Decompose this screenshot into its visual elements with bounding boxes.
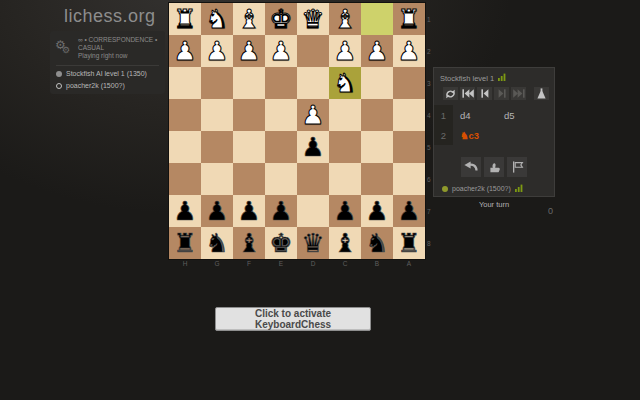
square-a7[interactable]: ♟: [393, 195, 425, 227]
square-c2[interactable]: ♟: [329, 35, 361, 67]
square-b4[interactable]: [361, 99, 393, 131]
white-queen-d1[interactable]: ♛: [301, 3, 324, 35]
white-knight-c3[interactable]: ♞: [333, 67, 356, 99]
move-number: 1: [434, 105, 453, 125]
file-label-b: B: [361, 260, 393, 267]
black-rook-h8[interactable]: ♜: [173, 227, 196, 259]
square-g3[interactable]: [201, 67, 233, 99]
square-d4[interactable]: ♟: [297, 99, 329, 131]
square-a6[interactable]: [393, 163, 425, 195]
file-label-d: D: [297, 260, 329, 267]
square-h2[interactable]: ♟: [169, 35, 201, 67]
white-pawn-f2[interactable]: ♟: [237, 35, 260, 67]
chess-board-area: ♜♞♝♚♛♝♜♟♟♟♟♟♟♟♞♟♟♟♟♟♟♟♟♟♜♞♝♚♛♝♞♜ HGFEDCB…: [169, 3, 425, 259]
black-bishop-c8[interactable]: ♝: [333, 227, 356, 259]
square-h6[interactable]: [169, 163, 201, 195]
square-e7[interactable]: ♟: [265, 195, 297, 227]
rank-label-8: 8: [427, 227, 431, 259]
square-f5[interactable]: [233, 131, 265, 163]
black-pawn-c7[interactable]: ♟: [333, 195, 356, 227]
bottom-player-row: poacher2k (1500?): [442, 184, 523, 193]
game-info-box: ⚙ ⚙ ∞ • CORRESPONDENCE • CASUAL Playing …: [50, 31, 165, 94]
square-h5[interactable]: [169, 131, 201, 163]
square-e8[interactable]: ♚: [265, 227, 297, 259]
square-h3[interactable]: [169, 67, 201, 99]
square-a5[interactable]: [393, 131, 425, 163]
square-c3[interactable]: ♞: [329, 67, 361, 99]
square-b1[interactable]: [361, 3, 393, 35]
square-a4[interactable]: [393, 99, 425, 131]
square-b8[interactable]: ♞: [361, 227, 393, 259]
chess-board[interactable]: ♜♞♝♚♛♝♜♟♟♟♟♟♟♟♞♟♟♟♟♟♟♟♟♟♜♞♝♚♛♝♞♜: [169, 3, 425, 259]
first-move-button[interactable]: [460, 87, 475, 100]
square-b7[interactable]: ♟: [361, 195, 393, 227]
square-a2[interactable]: ♟: [393, 35, 425, 67]
file-label-f: F: [233, 260, 265, 267]
black-queen-d8[interactable]: ♛: [301, 227, 324, 259]
square-e2[interactable]: ♟: [265, 35, 297, 67]
rank-coordinates: 12345678: [427, 3, 431, 259]
square-b3[interactable]: [361, 67, 393, 99]
square-g4[interactable]: [201, 99, 233, 131]
game-mode-line2: CASUAL: [78, 44, 159, 52]
white-pawn-a2[interactable]: ♟: [397, 35, 420, 67]
rank-label-7: 7: [427, 195, 431, 227]
rank-label-5: 5: [427, 131, 431, 163]
square-e6[interactable]: [265, 163, 297, 195]
square-h4[interactable]: [169, 99, 201, 131]
square-e1[interactable]: ♚: [265, 3, 297, 35]
game-mode-line1: ∞ • CORRESPONDENCE •: [78, 36, 159, 44]
takeback-button[interactable]: [461, 157, 481, 177]
white-player-dot-icon: [56, 71, 62, 77]
black-pawn-a7[interactable]: ♟: [397, 195, 420, 227]
white-move-1[interactable]: d4: [453, 105, 504, 125]
player-stockfish: Stockfish AI level 1 (1350): [56, 70, 159, 78]
square-d3[interactable]: [297, 67, 329, 99]
square-e4[interactable]: [265, 99, 297, 131]
square-f8[interactable]: ♝: [233, 227, 265, 259]
square-a3[interactable]: [393, 67, 425, 99]
move-list: 1d4d52♞c3: [434, 105, 554, 145]
square-g8[interactable]: ♞: [201, 227, 233, 259]
file-label-c: C: [329, 260, 361, 267]
white-move-2[interactable]: ♞c3: [453, 125, 504, 145]
flip-cycle-button[interactable]: [443, 87, 458, 100]
game-side-panel: Stockfish level 1 1d4d52♞c3 poacher2k (1…: [433, 67, 555, 197]
square-c1[interactable]: ♝: [329, 3, 361, 35]
square-f3[interactable]: [233, 67, 265, 99]
activate-keyboardchess-button[interactable]: Click to activate KeyboardChess: [215, 307, 371, 331]
black-pawn-d5[interactable]: ♟: [301, 131, 324, 163]
black-bishop-f8[interactable]: ♝: [237, 227, 260, 259]
square-d6[interactable]: [297, 163, 329, 195]
square-c8[interactable]: ♝: [329, 227, 361, 259]
white-pawn-b2[interactable]: ♟: [365, 35, 388, 67]
black-king-e8[interactable]: ♚: [269, 227, 292, 259]
prev-move-button[interactable]: [477, 87, 492, 100]
white-king-e1[interactable]: ♚: [269, 3, 292, 35]
player-poacher2k: poacher2k (1500?): [56, 82, 159, 90]
game-status: Playing right now: [78, 52, 159, 60]
white-pawn-e2[interactable]: ♟: [269, 35, 292, 67]
square-f6[interactable]: [233, 163, 265, 195]
square-g5[interactable]: [201, 131, 233, 163]
offer-draw-button[interactable]: [484, 157, 504, 177]
square-f7[interactable]: ♟: [233, 195, 265, 227]
file-coordinates: HGFEDCBA: [169, 260, 425, 267]
file-label-e: E: [265, 260, 297, 267]
lichess-logo[interactable]: lichess.org: [64, 6, 156, 27]
square-h8[interactable]: ♜: [169, 227, 201, 259]
next-move-button[interactable]: [494, 87, 509, 100]
square-f4[interactable]: [233, 99, 265, 131]
square-b5[interactable]: [361, 131, 393, 163]
black-rook-a8[interactable]: ♜: [397, 227, 420, 259]
square-g1[interactable]: ♞: [201, 3, 233, 35]
rank-label-1: 1: [427, 3, 431, 35]
white-knight-g1[interactable]: ♞: [205, 3, 228, 35]
white-rook-h1[interactable]: ♜: [173, 3, 196, 35]
black-pawn-g7[interactable]: ♟: [205, 195, 228, 227]
white-pawn-d4[interactable]: ♟: [301, 99, 324, 131]
move-row-1: 1d4d5: [434, 105, 554, 125]
square-f2[interactable]: ♟: [233, 35, 265, 67]
square-d7[interactable]: [297, 195, 329, 227]
white-pawn-h2[interactable]: ♟: [173, 35, 196, 67]
square-h7[interactable]: ♟: [169, 195, 201, 227]
zero-indicator: 0: [548, 206, 553, 216]
white-pawn-c2[interactable]: ♟: [333, 35, 356, 67]
settings-gears-icon: ⚙ ⚙: [55, 38, 75, 60]
square-e5[interactable]: [265, 131, 297, 163]
game-action-buttons: [434, 157, 554, 177]
move-row-2: 2♞c3: [434, 125, 554, 145]
move-number: 2: [434, 125, 453, 145]
square-a8[interactable]: ♜: [393, 227, 425, 259]
connection-signal-icon: [498, 73, 506, 83]
rank-label-3: 3: [427, 67, 431, 99]
divider: [56, 65, 159, 66]
resign-button[interactable]: [507, 157, 527, 177]
square-d2[interactable]: [297, 35, 329, 67]
analysis-board-button[interactable]: [534, 87, 549, 100]
square-g2[interactable]: ♟: [201, 35, 233, 67]
opponent-name: Stockfish level 1: [440, 74, 494, 83]
white-bishop-c1[interactable]: ♝: [333, 3, 356, 35]
square-h1[interactable]: ♜: [169, 3, 201, 35]
square-b6[interactable]: [361, 163, 393, 195]
square-c6[interactable]: [329, 163, 361, 195]
square-g7[interactable]: ♟: [201, 195, 233, 227]
square-c4[interactable]: [329, 99, 361, 131]
connection-signal-icon: [515, 184, 523, 193]
square-a1[interactable]: ♜: [393, 3, 425, 35]
rank-label-2: 2: [427, 35, 431, 67]
square-d1[interactable]: ♛: [297, 3, 329, 35]
file-label-h: H: [169, 260, 201, 267]
square-c7[interactable]: ♟: [329, 195, 361, 227]
black-pawn-e7[interactable]: ♟: [269, 195, 292, 227]
white-rook-a1[interactable]: ♜: [397, 3, 420, 35]
square-e3[interactable]: [265, 67, 297, 99]
file-label-g: G: [201, 260, 233, 267]
black-pawn-f7[interactable]: ♟: [237, 195, 260, 227]
black-pawn-b7[interactable]: ♟: [365, 195, 388, 227]
white-bishop-f1[interactable]: ♝: [237, 3, 260, 35]
black-pawn-h7[interactable]: ♟: [173, 195, 196, 227]
rank-label-4: 4: [427, 99, 431, 131]
online-dot-icon: [442, 186, 448, 192]
square-d5[interactable]: ♟: [297, 131, 329, 163]
white-pawn-g2[interactable]: ♟: [205, 35, 228, 67]
black-player-dot-icon: [56, 83, 62, 89]
square-g6[interactable]: [201, 163, 233, 195]
turn-indicator: Your turn: [433, 200, 555, 209]
rank-label-6: 6: [427, 163, 431, 195]
square-f1[interactable]: ♝: [233, 3, 265, 35]
black-knight-g8[interactable]: ♞: [205, 227, 228, 259]
square-d8[interactable]: ♛: [297, 227, 329, 259]
last-move-button[interactable]: [511, 87, 526, 100]
square-b2[interactable]: ♟: [361, 35, 393, 67]
file-label-a: A: [393, 260, 425, 267]
replay-controls: [434, 86, 554, 102]
black-move-1[interactable]: d5: [504, 105, 515, 125]
square-c5[interactable]: [329, 131, 361, 163]
black-knight-b8[interactable]: ♞: [365, 227, 388, 259]
